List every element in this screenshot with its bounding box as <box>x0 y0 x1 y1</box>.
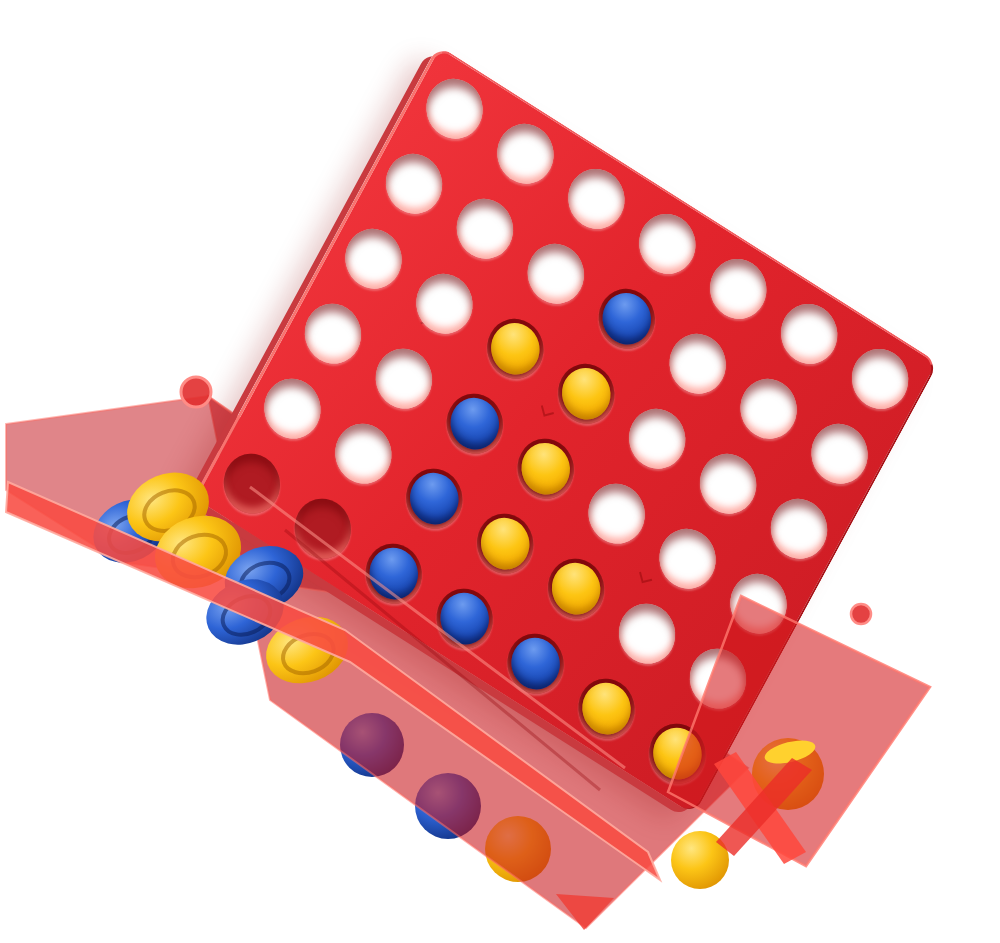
left-hinge-knob <box>181 377 211 407</box>
product-photo-scene <box>0 0 1000 943</box>
base-front-tip <box>556 894 614 930</box>
right-hinge-latch <box>851 604 871 624</box>
tray-front-rail-and-left-stand-arm <box>6 482 660 880</box>
stand-and-tray-over-layer <box>0 0 1000 943</box>
right-stand-wing <box>668 596 930 866</box>
